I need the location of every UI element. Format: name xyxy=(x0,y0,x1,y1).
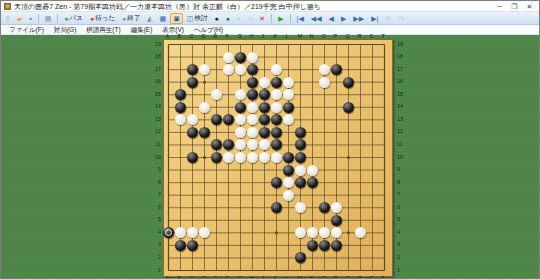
col-label-bottom-C: C xyxy=(190,275,194,279)
pass-icon: ● xyxy=(64,14,68,23)
row-label-left-11: 11 xyxy=(151,141,161,147)
analysis-icon: ◫ xyxy=(187,14,194,23)
maximize-button[interactable]: ❐ xyxy=(507,1,522,12)
black-stone-B3 xyxy=(175,240,186,251)
row-label-left-13: 13 xyxy=(151,116,161,122)
col-label-bottom-M: M xyxy=(298,275,303,279)
black-stone-P3 xyxy=(331,240,342,251)
col-label-top-P: P xyxy=(334,33,338,39)
black-stone-J12 xyxy=(259,127,270,138)
col-label-bottom-G: G xyxy=(238,275,242,279)
undo-icon: ● xyxy=(90,14,94,23)
nav-fwd10-button[interactable]: ▶▶ xyxy=(350,13,367,24)
erase-stone-tool[interactable]: ◌ xyxy=(245,13,255,24)
black-stone-J14 xyxy=(259,102,270,113)
nav-next-button[interactable]: ▶ xyxy=(338,13,349,24)
analysis-button-label: 検討 xyxy=(194,14,207,23)
row-label-left-5: 5 xyxy=(151,216,161,222)
row-label-left-18: 18 xyxy=(151,53,161,59)
row-label-right-5: 5 xyxy=(397,216,400,222)
row-label-right-18: 18 xyxy=(397,53,403,59)
open-folder-icon: ▰ xyxy=(17,14,22,23)
black-stone-P5 xyxy=(331,215,342,226)
white-stone-H12 xyxy=(247,127,258,138)
col-label-top-C: C xyxy=(190,33,194,39)
delete-icon: ✕ xyxy=(259,14,265,23)
white-stone-icon: ● xyxy=(237,14,241,23)
row-label-right-14: 14 xyxy=(397,103,403,109)
col-label-bottom-F: F xyxy=(226,275,229,279)
nav-prev-icon: ◀ xyxy=(329,14,334,23)
white-stone-F10 xyxy=(223,152,234,163)
star-point xyxy=(347,231,350,234)
white-stone-D14 xyxy=(199,102,210,113)
col-label-top-E: E xyxy=(214,33,218,39)
white-stone-K14 xyxy=(271,102,282,113)
white-stone-H18 xyxy=(247,52,258,63)
col-label-top-T: T xyxy=(382,33,385,39)
nav-fwd10-icon: ▶▶ xyxy=(353,14,364,23)
row-label-left-12: 12 xyxy=(151,128,161,134)
row-label-left-16: 16 xyxy=(151,78,161,84)
black-stone-H16 xyxy=(247,77,258,88)
row-label-right-12: 12 xyxy=(397,128,403,134)
toolbar-separator xyxy=(290,14,291,23)
open-folder-button[interactable]: ▰ xyxy=(14,13,25,24)
pass-button[interactable]: ●パス xyxy=(61,13,86,24)
nav-last-icon: ▶| xyxy=(371,14,378,23)
col-label-bottom-O: O xyxy=(322,275,326,279)
black-stone-M10 xyxy=(295,152,306,163)
play-icon: ▶ xyxy=(278,14,283,23)
white-stone-G10 xyxy=(235,152,246,163)
black-stone-K16 xyxy=(271,77,282,88)
undo-button[interactable]: ●待った xyxy=(87,13,118,24)
white-stone-M9 xyxy=(295,165,306,176)
col-label-top-O: O xyxy=(322,33,326,39)
black-stone-K12 xyxy=(271,127,282,138)
col-label-top-A: A xyxy=(166,33,170,39)
col-label-top-B: B xyxy=(178,33,182,39)
analysis-button[interactable]: ◫検討 xyxy=(184,13,211,24)
window-title: 天頂の囲碁7 Zen - 第79期本因坊戦／一力遼本因坊（黒）対 余正麒（白）／… xyxy=(14,1,492,12)
row-label-right-9: 9 xyxy=(397,166,400,172)
row-label-right-4: 4 xyxy=(397,229,400,235)
menu-bar: ファイル(F)対局(G)棋譜再生(T)編集(E)表示(V)ヘルプ(H) xyxy=(1,25,539,35)
black-stone-Q14 xyxy=(343,102,354,113)
end-game-button-label: 終了 xyxy=(127,14,140,23)
print-icon: ▤ xyxy=(45,14,52,23)
white-stone-O16 xyxy=(319,77,330,88)
white-stone-H10 xyxy=(247,152,258,163)
menu-game[interactable]: 対局(G) xyxy=(49,25,81,35)
rotate-right-button[interactable]: ↷ xyxy=(395,13,407,24)
row-label-right-19: 19 xyxy=(397,41,403,47)
row-label-left-8: 8 xyxy=(151,179,161,185)
play-button[interactable]: ▶ xyxy=(275,13,286,24)
col-label-top-H: H xyxy=(250,33,254,39)
print-button[interactable]: ▤ xyxy=(42,13,55,24)
white-stone-G12 xyxy=(235,127,246,138)
row-label-right-10: 10 xyxy=(397,154,403,160)
nav-first-button[interactable]: |◀ xyxy=(294,13,307,24)
black-stone-Q16 xyxy=(343,77,354,88)
menu-file[interactable]: ファイル(F) xyxy=(4,25,49,35)
count-icon: ◭ xyxy=(147,14,152,23)
black-stone-L10 xyxy=(283,152,294,163)
save-button[interactable]: ▪ xyxy=(26,13,34,24)
col-label-bottom-B: B xyxy=(178,275,182,279)
row-label-left-2: 2 xyxy=(151,254,161,260)
col-label-bottom-P: P xyxy=(334,275,338,279)
col-label-bottom-K: K xyxy=(274,275,278,279)
move-number-button[interactable]: ▣ xyxy=(170,13,183,24)
row-label-left-15: 15 xyxy=(151,91,161,97)
erase-stone-icon: ◌ xyxy=(248,14,252,23)
col-label-top-K: K xyxy=(274,33,278,39)
row-label-left-6: 6 xyxy=(151,204,161,210)
row-label-left-4: 4 xyxy=(151,229,161,235)
star-point xyxy=(275,231,278,234)
toolbar: ▯▰▪▤●パス●待った●終了◭▦▣◫検討●●●◌✕▶|◀◀◀◀▶▶▶▶|↶↷ xyxy=(1,12,539,25)
toolbar-separator xyxy=(271,14,272,23)
black-stone-C12 xyxy=(187,127,198,138)
white-stone-L16 xyxy=(283,77,294,88)
row-label-right-7: 7 xyxy=(397,191,400,197)
row-label-left-17: 17 xyxy=(151,66,161,72)
row-label-left-19: 19 xyxy=(151,41,161,47)
col-label-bottom-D: D xyxy=(202,275,206,279)
row-label-left-7: 7 xyxy=(151,191,161,197)
col-label-bottom-R: R xyxy=(358,275,362,279)
star-point xyxy=(203,156,206,159)
col-label-bottom-E: E xyxy=(214,275,218,279)
row-label-left-14: 14 xyxy=(151,103,161,109)
black-stone-E10 xyxy=(211,152,222,163)
menu-replay[interactable]: 棋譜再生(T) xyxy=(81,25,125,35)
black-stone-M12 xyxy=(295,127,306,138)
col-label-bottom-S: S xyxy=(370,275,374,279)
nav-back10-button[interactable]: ◀◀ xyxy=(308,13,325,24)
black-stone-tool[interactable]: ● xyxy=(211,13,221,24)
dark-stone-icon: ● xyxy=(226,14,230,23)
col-label-top-M: M xyxy=(298,33,303,39)
white-stone-N9 xyxy=(307,165,318,176)
col-label-top-J: J xyxy=(262,33,265,39)
row-label-right-16: 16 xyxy=(397,78,403,84)
black-stone-G14 xyxy=(235,102,246,113)
board-area: AABBCCDDEEFFGGHHJJKKLLMMNNOOPPQQRRSSTT19… xyxy=(1,35,540,279)
white-stone-H14 xyxy=(247,102,258,113)
rotate-right-icon: ↷ xyxy=(398,14,404,23)
col-label-bottom-N: N xyxy=(310,275,314,279)
close-button[interactable]: ✕ xyxy=(522,1,537,12)
col-label-top-G: G xyxy=(238,33,242,39)
col-label-top-D: D xyxy=(202,33,206,39)
app-window: 天頂の囲碁7 Zen - 第79期本因坊戦／一力遼本因坊（黒）対 余正麒（白）／… xyxy=(0,0,540,279)
rotate-left-icon: ↶ xyxy=(385,14,391,23)
black-stone-D12 xyxy=(199,127,210,138)
toolbar-separator xyxy=(57,14,58,23)
black-stone-B14 xyxy=(175,102,186,113)
nav-last-button[interactable]: ▶| xyxy=(368,13,381,24)
dark-stone-tool[interactable]: ● xyxy=(223,13,233,24)
white-stone-K10 xyxy=(271,152,282,163)
row-label-right-15: 15 xyxy=(397,91,403,97)
toolbar-separator xyxy=(38,14,39,23)
col-label-bottom-H: H xyxy=(250,275,254,279)
col-label-top-Q: Q xyxy=(346,33,350,39)
move-number-icon: ▣ xyxy=(173,14,180,23)
app-icon xyxy=(4,3,11,10)
row-label-left-10: 10 xyxy=(151,154,161,160)
nav-back10-icon: ◀◀ xyxy=(311,14,322,23)
row-label-right-11: 11 xyxy=(397,141,403,147)
black-stone-L14 xyxy=(283,102,294,113)
col-label-bottom-T: T xyxy=(382,275,385,279)
white-stone-F18 xyxy=(223,52,234,63)
nav-first-icon: |◀ xyxy=(297,14,304,23)
minimize-button[interactable]: ─ xyxy=(492,1,507,12)
star-point xyxy=(347,156,350,159)
col-label-top-F: F xyxy=(226,33,229,39)
row-label-left-9: 9 xyxy=(151,166,161,172)
col-label-bottom-Q: Q xyxy=(346,275,350,279)
col-label-top-L: L xyxy=(286,33,289,39)
end-game-button[interactable]: ●終了 xyxy=(119,13,143,24)
row-label-right-2: 2 xyxy=(397,254,400,260)
black-stone-C10 xyxy=(187,152,198,163)
pass-button-label: パス xyxy=(70,14,83,23)
row-label-right-8: 8 xyxy=(397,179,400,185)
save-icon: ▪ xyxy=(29,14,31,23)
black-stone-C3 xyxy=(187,240,198,251)
territory-button[interactable]: ▦ xyxy=(157,13,170,24)
new-file-button[interactable]: ▯ xyxy=(3,13,13,24)
row-label-right-13: 13 xyxy=(397,116,403,122)
row-label-right-3: 3 xyxy=(397,241,400,247)
col-label-bottom-L: L xyxy=(286,275,289,279)
row-label-left-1: 1 xyxy=(151,267,161,273)
col-label-top-S: S xyxy=(370,33,374,39)
black-stone-N3 xyxy=(307,240,318,251)
go-board[interactable] xyxy=(163,39,393,277)
title-bar: 天頂の囲碁7 Zen - 第79期本因坊戦／一力遼本因坊（黒）対 余正麒（白）／… xyxy=(1,1,539,12)
white-stone-J16 xyxy=(259,77,270,88)
rotate-left-button[interactable]: ↶ xyxy=(382,13,394,24)
white-stone-J10 xyxy=(259,152,270,163)
row-label-right-1: 1 xyxy=(397,267,400,273)
white-stone-tool[interactable]: ● xyxy=(234,13,244,24)
col-label-bottom-J: J xyxy=(262,275,265,279)
row-label-right-17: 17 xyxy=(397,66,403,72)
black-stone-C16 xyxy=(187,77,198,88)
territory-icon: ▦ xyxy=(160,14,167,23)
white-stone-L7 xyxy=(283,190,294,201)
nav-next-icon: ▶ xyxy=(341,14,346,23)
row-label-left-3: 3 xyxy=(151,241,161,247)
count-button[interactable]: ◭ xyxy=(144,13,155,24)
delete-button[interactable]: ✕ xyxy=(256,13,268,24)
star-point xyxy=(203,81,206,84)
black-stone-O3 xyxy=(319,240,330,251)
last-move-marker xyxy=(165,229,172,236)
nav-prev-button[interactable]: ◀ xyxy=(326,13,337,24)
new-file-icon: ▯ xyxy=(6,14,10,23)
black-stone-L9 xyxy=(283,165,294,176)
col-label-top-R: R xyxy=(358,33,362,39)
menu-view[interactable]: 表示(V) xyxy=(157,25,189,35)
undo-button-label: 待った xyxy=(95,14,115,23)
col-label-bottom-A: A xyxy=(166,275,170,279)
menu-edit[interactable]: 編集(E) xyxy=(126,25,158,35)
menu-help[interactable]: ヘルプ(H) xyxy=(189,25,228,35)
end-game-icon: ● xyxy=(122,14,126,23)
col-label-top-N: N xyxy=(310,33,314,39)
black-stone-icon: ● xyxy=(214,14,218,23)
black-stone-G18 xyxy=(235,52,246,63)
row-label-right-6: 6 xyxy=(397,204,400,210)
